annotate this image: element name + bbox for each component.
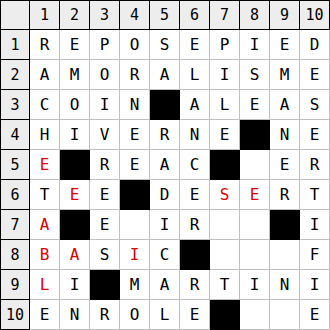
cell-r6-c4 (120, 180, 150, 210)
cell-r10-c4[interactable]: O (120, 300, 150, 330)
col-header-5: 5 (150, 0, 180, 30)
cell-r7-c8[interactable] (240, 210, 270, 240)
cell-r8-c1[interactable]: B (30, 240, 60, 270)
cell-r3-c7[interactable]: L (210, 90, 240, 120)
cell-r10-c10[interactable]: E (300, 300, 330, 330)
cell-r1-c8[interactable]: I (240, 30, 270, 60)
cell-r10-c6[interactable]: E (180, 300, 210, 330)
cell-r3-c8[interactable]: E (240, 90, 270, 120)
cell-r9-c4[interactable]: M (120, 270, 150, 300)
cell-r6-c2[interactable]: E (60, 180, 90, 210)
cell-r7-c5[interactable]: I (150, 210, 180, 240)
cell-r5-c8[interactable] (240, 150, 270, 180)
col-header-9: 9 (270, 0, 300, 30)
cell-r2-c3[interactable]: O (90, 60, 120, 90)
row-header-9: 9 (0, 270, 30, 300)
cell-r10-c5[interactable]: L (150, 300, 180, 330)
cell-r1-c3[interactable]: P (90, 30, 120, 60)
cell-r5-c4[interactable]: E (120, 150, 150, 180)
cell-r1-c10[interactable]: D (300, 30, 330, 60)
cell-r6-c1[interactable]: T (30, 180, 60, 210)
cell-r8-c9[interactable] (270, 240, 300, 270)
row-header-10: 10 (0, 300, 30, 330)
cell-r1-c5[interactable]: S (150, 30, 180, 60)
row-header-3: 3 (0, 90, 30, 120)
cell-r9-c2[interactable]: I (60, 270, 90, 300)
cell-r4-c9[interactable]: N (270, 120, 300, 150)
cell-r1-c9[interactable]: E (270, 30, 300, 60)
cell-r3-c2[interactable]: O (60, 90, 90, 120)
col-header-4: 4 (120, 0, 150, 30)
cell-r8-c5[interactable]: C (150, 240, 180, 270)
cell-r2-c6[interactable]: L (180, 60, 210, 90)
cell-r4-c5[interactable]: R (150, 120, 180, 150)
cell-r8-c4[interactable]: I (120, 240, 150, 270)
cell-r7-c10[interactable]: I (300, 210, 330, 240)
cell-r3-c9[interactable]: A (270, 90, 300, 120)
cell-r5-c10[interactable]: R (300, 150, 330, 180)
cell-r3-c10[interactable]: S (300, 90, 330, 120)
cell-r5-c2 (60, 150, 90, 180)
cell-r10-c9[interactable] (270, 300, 300, 330)
cell-r1-c7[interactable]: P (210, 30, 240, 60)
cell-r9-c3 (90, 270, 120, 300)
cell-r4-c3[interactable]: V (90, 120, 120, 150)
cell-r8-c8[interactable] (240, 240, 270, 270)
cell-r1-c6[interactable]: E (180, 30, 210, 60)
cell-r7-c3[interactable]: E (90, 210, 120, 240)
cell-r9-c10[interactable]: I (300, 270, 330, 300)
row-header-6: 6 (0, 180, 30, 210)
cell-r4-c2[interactable]: I (60, 120, 90, 150)
cell-r4-c7[interactable]: E (210, 120, 240, 150)
cell-r2-c5[interactable]: A (150, 60, 180, 90)
cell-r3-c4[interactable]: N (120, 90, 150, 120)
cell-r3-c6[interactable]: A (180, 90, 210, 120)
row-header-2: 2 (0, 60, 30, 90)
cell-r9-c1[interactable]: L (30, 270, 60, 300)
cell-r6-c7[interactable]: S (210, 180, 240, 210)
cell-r9-c8[interactable]: I (240, 270, 270, 300)
cell-r8-c7[interactable] (210, 240, 240, 270)
cell-r10-c2[interactable]: N (60, 300, 90, 330)
cell-r3-c3[interactable]: I (90, 90, 120, 120)
cell-r10-c7 (210, 300, 240, 330)
col-header-2: 2 (60, 0, 90, 30)
cell-r10-c3[interactable]: R (90, 300, 120, 330)
cell-r4-c8 (240, 120, 270, 150)
cell-r8-c10[interactable]: F (300, 240, 330, 270)
cell-r5-c3[interactable]: R (90, 150, 120, 180)
cell-r6-c9[interactable]: R (270, 180, 300, 210)
cell-r4-c1[interactable]: H (30, 120, 60, 150)
cell-r8-c6 (180, 240, 210, 270)
cell-r1-c2[interactable]: E (60, 30, 90, 60)
col-header-1: 1 (30, 0, 60, 30)
cell-r7-c2 (60, 210, 90, 240)
col-header-7: 7 (210, 0, 240, 30)
cell-r3-c5 (150, 90, 180, 120)
cell-r4-c6[interactable]: N (180, 120, 210, 150)
cell-r5-c1[interactable]: E (30, 150, 60, 180)
cell-r4-c4[interactable]: E (120, 120, 150, 150)
cell-r4-c10[interactable]: E (300, 120, 330, 150)
cell-r2-c9[interactable]: M (270, 60, 300, 90)
cell-r7-c7[interactable] (210, 210, 240, 240)
cell-r1-c4[interactable]: O (120, 30, 150, 60)
cell-r6-c8[interactable]: E (240, 180, 270, 210)
cell-r9-c6[interactable]: R (180, 270, 210, 300)
cell-r2-c2[interactable]: M (60, 60, 90, 90)
cell-r8-c3[interactable]: S (90, 240, 120, 270)
cell-r1-c1[interactable]: R (30, 30, 60, 60)
cell-r8-c2[interactable]: A (60, 240, 90, 270)
col-header-10: 10 (300, 0, 330, 30)
cell-r6-c6[interactable]: E (180, 180, 210, 210)
cell-r10-c1[interactable]: E (30, 300, 60, 330)
cell-r2-c7[interactable]: I (210, 60, 240, 90)
row-header-8: 8 (0, 240, 30, 270)
col-header-8: 8 (240, 0, 270, 30)
row-header-1: 1 (0, 30, 30, 60)
cell-r9-c5[interactable]: A (150, 270, 180, 300)
cell-r7-c9 (270, 210, 300, 240)
cell-r6-c10[interactable]: T (300, 180, 330, 210)
crossword-grid: 123456789101REPOSEPIED2AMORALISME3COINAL… (0, 0, 330, 330)
cell-r3-c1[interactable]: C (30, 90, 60, 120)
cell-r2-c10[interactable]: E (300, 60, 330, 90)
cell-r9-c7[interactable]: T (210, 270, 240, 300)
row-header-5: 5 (0, 150, 30, 180)
cell-r10-c8[interactable] (240, 300, 270, 330)
col-header-3: 3 (90, 0, 120, 30)
cell-r5-c6[interactable]: C (180, 150, 210, 180)
cell-r5-c5[interactable]: A (150, 150, 180, 180)
cell-r5-c7 (210, 150, 240, 180)
cell-r2-c8[interactable]: S (240, 60, 270, 90)
row-header-4: 4 (0, 120, 30, 150)
cell-r9-c9[interactable]: N (270, 270, 300, 300)
corner-cell (0, 0, 30, 30)
cell-r7-c6[interactable]: R (180, 210, 210, 240)
cell-r6-c5[interactable]: D (150, 180, 180, 210)
col-header-6: 6 (180, 0, 210, 30)
cell-r6-c3[interactable]: E (90, 180, 120, 210)
cell-r7-c4[interactable] (120, 210, 150, 240)
cell-r5-c9[interactable]: E (270, 150, 300, 180)
cell-r2-c4[interactable]: R (120, 60, 150, 90)
row-header-7: 7 (0, 210, 30, 240)
cell-r2-c1[interactable]: A (30, 60, 60, 90)
cell-r7-c1[interactable]: A (30, 210, 60, 240)
